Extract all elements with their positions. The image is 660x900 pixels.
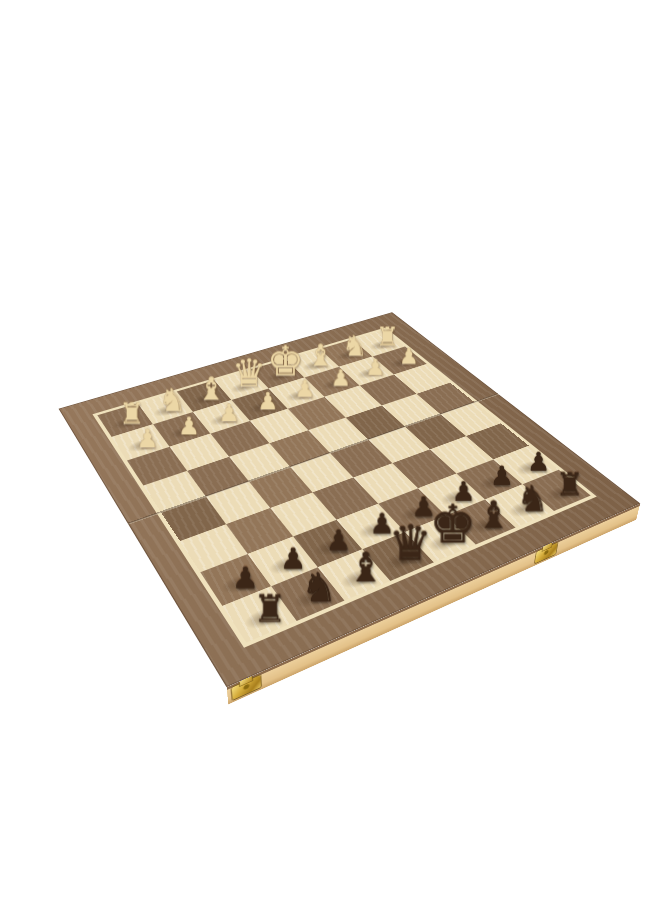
light-pawn: ♟ — [365, 356, 385, 378]
light-pawn: ♟ — [257, 389, 278, 413]
dark-bishop: ♝ — [347, 547, 383, 588]
folding-chess-case: ♜♞♝♛♚♝♞♜♟♟♟♟♟♟♟♟♟♟♟♟♟♟♟♟♜♞♝♛♚♝♞♜ — [59, 312, 641, 687]
dark-rook: ♜ — [253, 591, 287, 628]
dark-king: ♚ — [429, 498, 476, 550]
board-scene: ♜♞♝♛♚♝♞♜♟♟♟♟♟♟♟♟♟♟♟♟♟♟♟♟♜♞♝♛♚♝♞♜ — [0, 0, 660, 900]
dark-rook: ♜ — [555, 469, 584, 501]
light-rook: ♜ — [376, 324, 399, 350]
dark-bishop: ♝ — [476, 495, 510, 533]
light-pawn: ♟ — [294, 378, 315, 401]
dark-pawn: ♟ — [527, 449, 550, 475]
product-photo: ♜♞♝♛♚♝♞♜♟♟♟♟♟♟♟♟♟♟♟♟♟♟♟♟♜♞♝♛♚♝♞♜ — [0, 0, 660, 900]
light-pawn: ♟ — [178, 414, 200, 438]
dark-queen: ♛ — [388, 520, 432, 569]
light-pawn: ♟ — [218, 401, 240, 425]
dark-pawn: ♟ — [490, 463, 514, 489]
light-knight: ♞ — [341, 331, 367, 360]
board-surface: ♜♞♝♛♚♝♞♜♟♟♟♟♟♟♟♟♟♟♟♟♟♟♟♟♜♞♝♛♚♝♞♜ — [59, 312, 641, 687]
light-pawn: ♟ — [136, 426, 158, 451]
dark-knight: ♞ — [300, 567, 336, 607]
light-pawn: ♟ — [330, 367, 350, 390]
light-pawn: ♟ — [399, 346, 419, 368]
dark-knight: ♞ — [516, 481, 548, 517]
